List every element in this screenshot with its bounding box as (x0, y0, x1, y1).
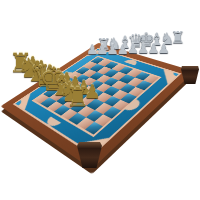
piece-black-p-h7[interactable]: ♟ (158, 42, 170, 55)
piece-white-r-h1[interactable]: ♜ (66, 84, 90, 111)
piece-black-p-d7[interactable]: ♟ (117, 42, 129, 55)
chess-set-photo: ♜♞♝♛♚♝♞♜♟♟♟♟♟♟♟♟♟♟♟♟♟♟♟♟♜♞♝♛♚♝♞♜ (0, 0, 200, 200)
